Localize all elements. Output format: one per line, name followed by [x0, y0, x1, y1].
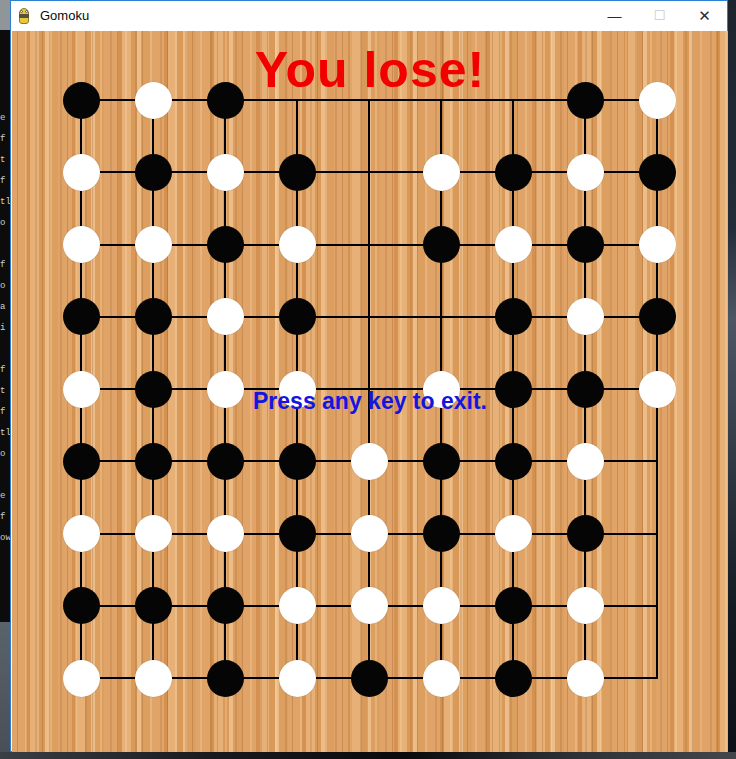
- white-stone: [495, 226, 532, 263]
- white-stone: [423, 587, 460, 624]
- white-stone: [567, 660, 604, 697]
- white-stone: [351, 443, 388, 480]
- black-stone: [495, 660, 532, 697]
- white-stone: [207, 154, 244, 191]
- black-stone: [63, 298, 100, 335]
- white-stone: [135, 515, 172, 552]
- black-stone: [495, 154, 532, 191]
- background-bottom-strip: [0, 752, 736, 759]
- close-button[interactable]: ✕: [682, 1, 727, 30]
- black-stone: [135, 443, 172, 480]
- white-stone: [63, 660, 100, 697]
- maximize-button[interactable]: ☐: [637, 1, 682, 30]
- white-stone: [567, 587, 604, 624]
- exit-prompt: Press any key to exit.: [12, 388, 728, 415]
- white-stone: [135, 226, 172, 263]
- window-controls: — ☐ ✕: [592, 1, 727, 30]
- white-stone: [567, 298, 604, 335]
- black-stone: [567, 515, 604, 552]
- gomoku-board[interactable]: You lose! Press any key to exit.: [12, 31, 728, 752]
- white-stone: [135, 660, 172, 697]
- background-desktop-patch: [0, 622, 10, 759]
- black-stone: [207, 587, 244, 624]
- white-stone: [423, 154, 460, 191]
- black-stone: [351, 660, 388, 697]
- white-stone: [63, 154, 100, 191]
- black-stone: [639, 298, 676, 335]
- black-stone: [207, 226, 244, 263]
- window-title: Gomoku: [40, 8, 89, 23]
- app-icon: [16, 8, 32, 24]
- white-stone: [279, 226, 316, 263]
- black-stone: [567, 226, 604, 263]
- black-stone: [639, 154, 676, 191]
- white-stone: [567, 154, 604, 191]
- black-stone: [495, 443, 532, 480]
- black-stone: [279, 154, 316, 191]
- white-stone: [351, 587, 388, 624]
- white-stone: [495, 515, 532, 552]
- white-stone: [207, 515, 244, 552]
- white-stone: [567, 443, 604, 480]
- black-stone: [135, 298, 172, 335]
- background-console-text: eftftlo foai ftftlo efow: [0, 108, 10, 549]
- background-console-strip: eftftlo foai ftftlo efow: [0, 0, 10, 759]
- black-stone: [423, 226, 460, 263]
- white-stone: [279, 587, 316, 624]
- result-message: You lose!: [12, 41, 728, 99]
- black-stone: [63, 587, 100, 624]
- black-stone: [135, 154, 172, 191]
- white-stone: [423, 660, 460, 697]
- white-stone: [63, 226, 100, 263]
- gomoku-window: Gomoku — ☐ ✕ You lose! Press any key to …: [10, 0, 728, 752]
- black-stone: [423, 443, 460, 480]
- black-stone: [207, 660, 244, 697]
- background-right-strip: [728, 0, 736, 759]
- black-stone: [495, 587, 532, 624]
- white-stone: [207, 298, 244, 335]
- black-stone: [63, 443, 100, 480]
- black-stone: [279, 515, 316, 552]
- black-stone: [279, 298, 316, 335]
- white-stone: [351, 515, 388, 552]
- black-stone: [135, 587, 172, 624]
- screen: eftftlo foai ftftlo efow Gomoku — ☐ ✕ Yo…: [0, 0, 736, 759]
- titlebar[interactable]: Gomoku — ☐ ✕: [11, 1, 727, 30]
- black-stone: [279, 443, 316, 480]
- black-stone: [207, 443, 244, 480]
- black-stone: [495, 298, 532, 335]
- minimize-button[interactable]: —: [592, 1, 637, 30]
- white-stone: [639, 226, 676, 263]
- white-stone: [63, 515, 100, 552]
- black-stone: [423, 515, 460, 552]
- background-console-titlebar: [0, 0, 10, 30]
- white-stone: [279, 660, 316, 697]
